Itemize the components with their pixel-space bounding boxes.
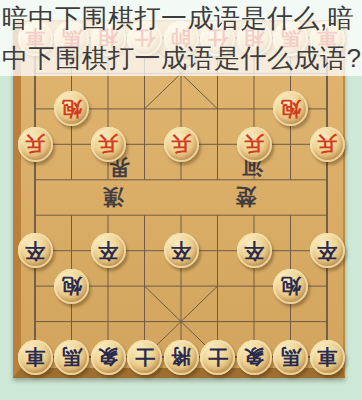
- piece-character: 炮: [62, 276, 82, 296]
- piece-black-士-c3r9[interactable]: 士: [127, 340, 162, 375]
- river-label-left: 漢界: [75, 182, 151, 212]
- piece-black-馬-c1r9[interactable]: 馬: [54, 340, 89, 375]
- piece-character: 士: [208, 347, 228, 367]
- piece-character: 象: [244, 347, 264, 367]
- title-banner: 暗中下围棋打一成语是什么,暗 中下围棋打一成语是什么成语?: [0, 0, 362, 76]
- piece-black-馬-c7r9[interactable]: 馬: [273, 340, 308, 375]
- piece-character: 炮: [62, 99, 82, 119]
- piece-black-卒-c8r6[interactable]: 卒: [310, 233, 345, 268]
- piece-black-將-c4r9[interactable]: 將: [164, 340, 199, 375]
- page-title-line-2: 中下围棋打一成语是什么成语?: [2, 41, 361, 76]
- piece-character: 將: [171, 347, 191, 367]
- piece-character: 車: [25, 347, 45, 367]
- piece-black-卒-c2r6[interactable]: 卒: [91, 233, 126, 268]
- piece-character: 卒: [171, 241, 191, 261]
- piece-character: 士: [135, 347, 155, 367]
- piece-black-象-c6r9[interactable]: 象: [237, 340, 272, 375]
- piece-black-車-c0r9[interactable]: 車: [18, 340, 53, 375]
- piece-black-卒-c4r6[interactable]: 卒: [164, 233, 199, 268]
- piece-character: 兵: [98, 134, 118, 154]
- piece-character: 兵: [244, 134, 264, 154]
- piece-character: 卒: [317, 241, 337, 261]
- piece-black-象-c2r9[interactable]: 象: [91, 340, 126, 375]
- piece-character: 卒: [25, 241, 45, 261]
- piece-red-兵-c8r3[interactable]: 兵: [310, 127, 345, 162]
- piece-character: 兵: [25, 134, 45, 154]
- article-page: 漢界 楚河 車馬相仕帥仕相馬車炮炮兵兵兵兵兵卒卒卒卒卒炮炮車馬象士將士象馬車 暗…: [0, 0, 362, 400]
- piece-character: 象: [98, 347, 118, 367]
- piece-character: 卒: [98, 241, 118, 261]
- piece-black-士-c5r9[interactable]: 士: [200, 340, 235, 375]
- piece-red-兵-c2r3[interactable]: 兵: [91, 127, 126, 162]
- piece-black-車-c8r9[interactable]: 車: [310, 340, 345, 375]
- piece-black-炮-c1r7[interactable]: 炮: [54, 269, 89, 304]
- piece-character: 馬: [62, 347, 82, 367]
- piece-black-炮-c7r7[interactable]: 炮: [273, 269, 308, 304]
- piece-red-兵-c6r3[interactable]: 兵: [237, 127, 272, 162]
- page-title-line-1: 暗中下围棋打一成语是什么,暗: [2, 1, 354, 36]
- piece-character: 卒: [244, 241, 264, 261]
- piece-red-兵-c4r3[interactable]: 兵: [164, 127, 199, 162]
- piece-red-兵-c0r3[interactable]: 兵: [18, 127, 53, 162]
- piece-black-卒-c6r6[interactable]: 卒: [237, 233, 272, 268]
- piece-character: 兵: [171, 134, 191, 154]
- piece-character: 炮: [281, 99, 301, 119]
- piece-character: 兵: [317, 134, 337, 154]
- piece-black-卒-c0r6[interactable]: 卒: [18, 233, 53, 268]
- piece-character: 馬: [281, 347, 301, 367]
- piece-character: 車: [317, 347, 337, 367]
- piece-character: 炮: [281, 276, 301, 296]
- river-label-right: 楚河: [208, 182, 284, 212]
